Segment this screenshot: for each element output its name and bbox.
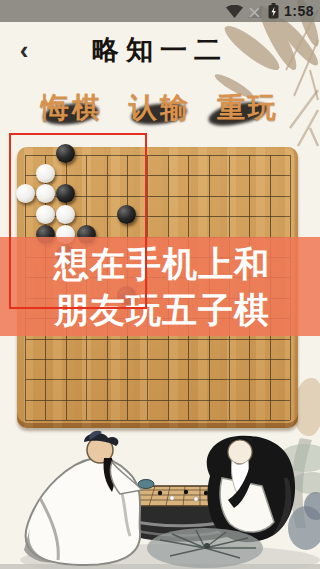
header-bar: ‹ 略知一二 [0, 22, 320, 80]
grid-line-horizontal [25, 339, 290, 340]
status-bar: 1:58 [0, 0, 320, 22]
game-toolbar: 悔棋 认输 重玩 [0, 88, 320, 130]
no-signal-icon [248, 5, 263, 18]
undo-move-button[interactable]: 悔棋 [41, 88, 103, 130]
left-player [24, 431, 142, 565]
clock-time: 1:58 [284, 3, 314, 19]
grid-line-horizontal [25, 400, 290, 401]
resign-button[interactable]: 认输 [129, 88, 191, 130]
grid-line-horizontal [25, 379, 290, 380]
battery-charging-icon [268, 3, 279, 19]
ink-painting-illustration [0, 428, 320, 569]
restart-button[interactable]: 重玩 [217, 88, 279, 130]
page-title: 略知一二 [0, 32, 320, 68]
highlight-rectangle [9, 133, 147, 309]
wifi-icon [226, 5, 243, 18]
right-player [207, 436, 295, 542]
grid-line-horizontal [25, 420, 290, 421]
leaf-decoration [147, 528, 263, 568]
grid-line-horizontal [25, 359, 290, 360]
